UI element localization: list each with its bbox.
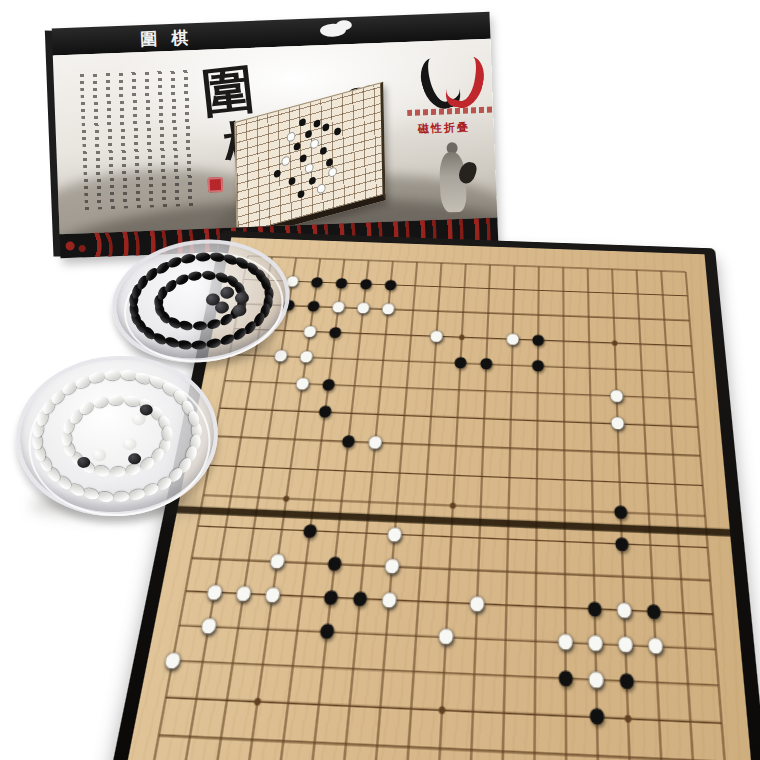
black-stone: ● (315, 397, 336, 426)
brand-logo (417, 53, 479, 107)
white-pebble (162, 426, 173, 441)
mini-black-stone (305, 130, 312, 139)
black-pebble (205, 317, 221, 330)
black-stone: ● (616, 661, 637, 699)
black-stone: ● (586, 696, 607, 735)
mini-black-stone (320, 146, 327, 155)
black-pebble (192, 340, 207, 349)
white-pebble (92, 395, 110, 410)
black-stone: ● (349, 580, 371, 615)
white-pebble (94, 465, 111, 479)
black-stone: ● (529, 352, 546, 379)
mini-white-stone (317, 183, 326, 195)
mini-black-stone (299, 118, 306, 127)
white-stone: ● (586, 660, 607, 698)
mini-black-stone (326, 158, 333, 167)
mini-white-stone (310, 138, 319, 150)
black-pebble (180, 253, 197, 265)
black-stone: ● (611, 495, 630, 527)
white-stone: ● (378, 581, 400, 616)
company-name-line (407, 107, 493, 116)
white-stone: ● (427, 322, 445, 348)
white-pebble (97, 491, 114, 503)
white-stone: ● (467, 585, 487, 620)
white-stone: ● (585, 624, 605, 661)
mini-black-stone (298, 190, 305, 199)
white-stone: ● (556, 623, 576, 660)
white-pebble (113, 491, 130, 502)
mini-white-stone (287, 131, 296, 143)
black-flat-stone (232, 303, 247, 317)
white-stone: ● (615, 626, 636, 663)
white-stone: ● (354, 295, 373, 321)
black-stone: ● (318, 370, 338, 398)
black-pebble (195, 253, 210, 262)
black-pebble (193, 322, 207, 331)
black-pebble (218, 332, 235, 346)
white-stone: ● (365, 427, 385, 457)
white-pebble (81, 487, 99, 502)
box-front-face: 圍 棋 磁性折叠 (53, 39, 498, 235)
white-pebble (125, 463, 143, 478)
white-flat-stone (122, 438, 137, 451)
mini-white-stone (305, 162, 314, 174)
white-stone: ● (379, 296, 398, 322)
product-box: 圍棋 圍 棋 磁性折叠 (52, 12, 499, 259)
black-stone: ● (315, 612, 338, 648)
white-stone: ● (608, 408, 626, 437)
black-stone: ● (556, 658, 576, 696)
white-pebble (104, 370, 121, 381)
mini-black-stone (300, 154, 307, 163)
white-stone: ● (296, 343, 316, 370)
black-stone: ● (643, 593, 664, 629)
mini-black-stone (289, 177, 296, 186)
black-flat-stone (234, 291, 249, 305)
black-stone: ● (319, 579, 342, 614)
calligraphy-columns (79, 66, 196, 210)
black-stone: ● (381, 272, 399, 297)
white-stone: ● (381, 549, 402, 583)
black-stone: ● (323, 546, 345, 580)
black-stone: ● (325, 318, 345, 344)
black-pebble (205, 337, 222, 349)
white-stone: ● (645, 627, 666, 664)
white-stone: ● (504, 325, 521, 352)
black-accent-stone (127, 453, 141, 465)
mini-white-stone (328, 167, 337, 179)
cloud-motif (336, 20, 352, 31)
box-top-title: 圍棋 (140, 26, 203, 51)
black-stone: ● (477, 350, 495, 377)
white-stone: ● (435, 618, 456, 655)
white-stone: ● (384, 517, 405, 550)
black-stone: ● (299, 513, 321, 546)
white-pebble (109, 394, 124, 405)
black-stone: ● (338, 426, 359, 456)
white-stone: ● (329, 294, 348, 320)
white-stone: ● (614, 591, 634, 627)
white-pebble (110, 467, 125, 478)
red-seal-stamp (208, 177, 224, 193)
black-pebble (188, 271, 203, 282)
white-pebble (88, 371, 106, 385)
black-stone: ● (304, 293, 324, 319)
black-stone: ● (585, 590, 605, 626)
feature-label: 磁性折叠 (418, 120, 471, 137)
white-stone: ● (300, 317, 320, 343)
mini-white-stone (281, 155, 290, 167)
black-stone: ● (451, 349, 469, 376)
mini-black-stone (334, 126, 341, 135)
sage-ink-figure (428, 139, 479, 217)
black-flat-stone (220, 286, 235, 300)
mini-black-stone (274, 170, 281, 179)
white-pebble (123, 394, 140, 408)
black-stone: ● (530, 326, 547, 353)
mini-black-stone (314, 119, 321, 128)
white-pebble (128, 487, 146, 501)
white-stone: ● (608, 381, 626, 409)
mini-black-stone (294, 142, 301, 151)
go-board-area: ●●●●●●●●●●●●●●●●●●●●●●●●●●●●●●●●●●●●●●●●… (206, 240, 754, 718)
mini-black-stone (309, 176, 316, 185)
black-stone: ● (332, 270, 351, 295)
mini-black-stone (322, 123, 329, 132)
black-stone: ● (612, 526, 632, 559)
white-flat-stone (92, 449, 107, 462)
